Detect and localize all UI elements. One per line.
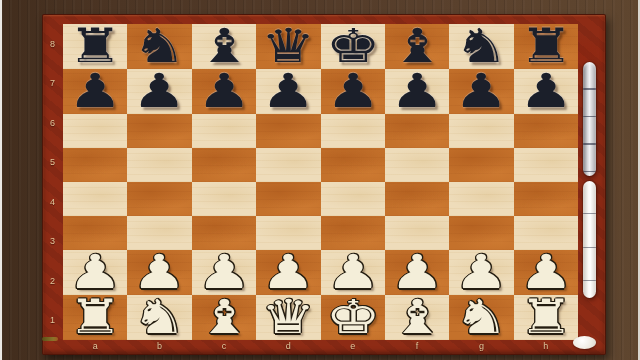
square-h7[interactable]: ♟ bbox=[514, 69, 578, 114]
rank-label-4: 4 bbox=[42, 182, 63, 222]
file-label-g: g bbox=[449, 339, 513, 353]
file-label-a: a bbox=[63, 339, 127, 353]
square-f7[interactable]: ♟ bbox=[385, 69, 449, 114]
white-king[interactable]: ♚ bbox=[325, 293, 380, 340]
black-king[interactable]: ♚ bbox=[325, 22, 380, 69]
white-knight[interactable]: ♞ bbox=[132, 293, 187, 340]
square-a1[interactable]: ♜ bbox=[63, 295, 127, 340]
square-g7[interactable]: ♟ bbox=[449, 69, 513, 114]
file-label-e: e bbox=[321, 339, 385, 353]
square-d7[interactable]: ♟ bbox=[256, 69, 320, 114]
black-pawn[interactable]: ♟ bbox=[68, 67, 123, 114]
black-pawn[interactable]: ♟ bbox=[390, 67, 445, 114]
rank-label-6: 6 bbox=[42, 103, 63, 143]
rank-label-7: 7 bbox=[42, 64, 63, 104]
file-label-h: h bbox=[514, 339, 578, 353]
square-a7[interactable]: ♟ bbox=[63, 69, 127, 114]
rank-label-1: 1 bbox=[42, 301, 63, 341]
white-pawn[interactable]: ♟ bbox=[518, 248, 573, 295]
black-pawn[interactable]: ♟ bbox=[197, 67, 252, 114]
square-e5[interactable] bbox=[321, 148, 385, 182]
frame-corner-oval-indicator bbox=[573, 336, 596, 349]
square-g6[interactable] bbox=[449, 114, 513, 148]
square-a4[interactable] bbox=[63, 182, 127, 216]
black-rook[interactable]: ♜ bbox=[518, 22, 573, 69]
balance-bar-white-half bbox=[583, 181, 596, 298]
white-bishop[interactable]: ♝ bbox=[197, 293, 252, 340]
black-rook[interactable]: ♜ bbox=[68, 22, 123, 69]
square-d4[interactable] bbox=[256, 182, 320, 216]
rank-label-5: 5 bbox=[42, 143, 63, 183]
square-c4[interactable] bbox=[192, 182, 256, 216]
square-f1[interactable]: ♝ bbox=[385, 295, 449, 340]
white-pawn[interactable]: ♟ bbox=[261, 248, 316, 295]
chess-board[interactable]: ♜♞♝♛♚♝♞♜♟♟♟♟♟♟♟♟♟♟♟♟♟♟♟♟♜♞♝♛♚♝♞♜ bbox=[63, 24, 578, 340]
file-label-f: f bbox=[385, 339, 449, 353]
square-e7[interactable]: ♟ bbox=[321, 69, 385, 114]
square-e1[interactable]: ♚ bbox=[321, 295, 385, 340]
square-b5[interactable] bbox=[127, 148, 191, 182]
white-pawn[interactable]: ♟ bbox=[68, 248, 123, 295]
square-f5[interactable] bbox=[385, 148, 449, 182]
black-queen[interactable]: ♛ bbox=[261, 22, 316, 69]
square-d6[interactable] bbox=[256, 114, 320, 148]
square-g4[interactable] bbox=[449, 182, 513, 216]
black-knight[interactable]: ♞ bbox=[132, 22, 187, 69]
balance-bar-black-half bbox=[583, 62, 596, 176]
square-b7[interactable]: ♟ bbox=[127, 69, 191, 114]
rank-labels: 87654321 bbox=[42, 24, 63, 340]
white-pawn[interactable]: ♟ bbox=[325, 248, 380, 295]
black-pawn[interactable]: ♟ bbox=[132, 67, 187, 114]
white-queen[interactable]: ♛ bbox=[261, 293, 316, 340]
white-knight[interactable]: ♞ bbox=[454, 293, 509, 340]
square-b1[interactable]: ♞ bbox=[127, 295, 191, 340]
square-f6[interactable] bbox=[385, 114, 449, 148]
square-g1[interactable]: ♞ bbox=[449, 295, 513, 340]
square-d1[interactable]: ♛ bbox=[256, 295, 320, 340]
rank-label-8: 8 bbox=[42, 24, 63, 64]
square-h4[interactable] bbox=[514, 182, 578, 216]
square-a5[interactable] bbox=[63, 148, 127, 182]
white-pawn[interactable]: ♟ bbox=[197, 248, 252, 295]
black-knight[interactable]: ♞ bbox=[454, 22, 509, 69]
file-labels: abcdefgh bbox=[63, 339, 578, 353]
square-c5[interactable] bbox=[192, 148, 256, 182]
white-rook[interactable]: ♜ bbox=[518, 293, 573, 340]
square-e6[interactable] bbox=[321, 114, 385, 148]
balance-indicator-bar bbox=[583, 62, 596, 298]
square-b4[interactable] bbox=[127, 182, 191, 216]
rank-label-2: 2 bbox=[42, 261, 63, 301]
white-pawn[interactable]: ♟ bbox=[454, 248, 509, 295]
white-bishop[interactable]: ♝ bbox=[390, 293, 445, 340]
frame-notch-indicator bbox=[42, 337, 58, 341]
black-pawn[interactable]: ♟ bbox=[325, 67, 380, 114]
rank-label-3: 3 bbox=[42, 222, 63, 262]
file-label-b: b bbox=[127, 339, 191, 353]
black-bishop[interactable]: ♝ bbox=[390, 22, 445, 69]
chess-app-window: ♜♞♝♛♚♝♞♜♟♟♟♟♟♟♟♟♟♟♟♟♟♟♟♟♜♞♝♛♚♝♞♜ 8765432… bbox=[0, 0, 640, 360]
white-pawn[interactable]: ♟ bbox=[132, 248, 187, 295]
file-label-c: c bbox=[192, 339, 256, 353]
square-h5[interactable] bbox=[514, 148, 578, 182]
file-label-d: d bbox=[256, 339, 320, 353]
black-pawn[interactable]: ♟ bbox=[454, 67, 509, 114]
square-c1[interactable]: ♝ bbox=[192, 295, 256, 340]
square-h1[interactable]: ♜ bbox=[514, 295, 578, 340]
white-pawn[interactable]: ♟ bbox=[390, 248, 445, 295]
square-e4[interactable] bbox=[321, 182, 385, 216]
white-rook[interactable]: ♜ bbox=[68, 293, 123, 340]
square-g5[interactable] bbox=[449, 148, 513, 182]
square-d5[interactable] bbox=[256, 148, 320, 182]
black-pawn[interactable]: ♟ bbox=[261, 67, 316, 114]
black-pawn[interactable]: ♟ bbox=[518, 67, 573, 114]
square-b6[interactable] bbox=[127, 114, 191, 148]
square-f4[interactable] bbox=[385, 182, 449, 216]
square-c6[interactable] bbox=[192, 114, 256, 148]
square-h6[interactable] bbox=[514, 114, 578, 148]
black-bishop[interactable]: ♝ bbox=[197, 22, 252, 69]
square-a6[interactable] bbox=[63, 114, 127, 148]
screen-bezel-left bbox=[0, 0, 2, 360]
square-c7[interactable]: ♟ bbox=[192, 69, 256, 114]
